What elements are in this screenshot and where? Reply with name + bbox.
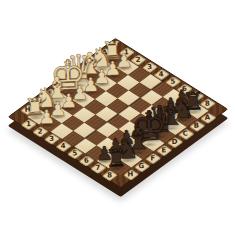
coord-label: 7 [193,93,198,100]
coord-label: 6 [84,157,89,164]
coord-label: B [194,123,200,130]
coord-label: 2 [38,128,43,135]
coord-label: 7 [95,164,100,171]
coord-label: A [102,50,108,57]
coord-label: G [36,98,42,105]
coord-label: D [172,139,178,146]
coord-label: D [69,74,75,81]
coord-label: H [25,106,31,113]
coord-label: C [183,131,188,138]
coord-label: 6 [182,85,187,92]
coord-label: C [81,66,86,73]
coord-label: 2 [136,56,141,63]
coord-label: 8 [205,100,210,107]
coord-label: 3 [49,135,54,142]
coord-label: H [128,171,134,178]
coord-label: 1 [124,49,129,56]
coord-label: F [48,90,53,97]
coord-label: 3 [147,64,152,71]
coord-label: E [59,82,64,89]
coord-label: 1 [26,121,31,128]
coord-label: A [205,114,211,121]
photo-scene: 12345678A♜♟♟♜AB♞♟♟♞BC♝♟♟♝CD♛♟♟♛DE♚♟♟♚EF♝… [0,0,235,235]
coord-label: 4 [61,143,66,150]
coord-label: 5 [170,78,175,85]
coord-label: 4 [159,71,164,78]
coord-label: 5 [72,150,77,157]
chess-board: 12345678A♜♟♟♜AB♞♟♟♞BC♝♟♟♝CD♛♟♟♛DE♚♟♟♚EF♝… [8,38,228,188]
coord-label: B [91,58,97,65]
coord-label: 8 [107,172,112,179]
coord-label: F [150,155,155,162]
coord-label: G [139,163,145,170]
coord-label: E [161,147,166,154]
